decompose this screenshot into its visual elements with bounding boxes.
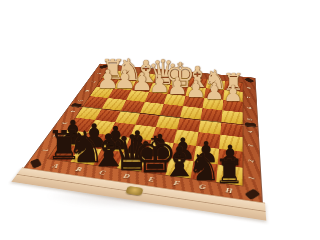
border-inlay <box>30 159 42 169</box>
file-label: G <box>189 181 216 192</box>
rank-label-left: 7 <box>90 81 97 82</box>
rank-label-left: 1 <box>41 149 50 151</box>
chess-board[interactable]: ABCDEFGH 87654321 87654321 <box>25 64 262 202</box>
rank-label-right: 8 <box>246 87 253 89</box>
product-photo-stage: ABCDEFGH 87654321 87654321 ♜♞♝♛♚♝♞♜♟♟♟♟♟… <box>0 0 320 240</box>
file-label: H <box>215 185 242 196</box>
rank-label-right: 2 <box>247 159 256 163</box>
rank-label-left: 3 <box>61 122 69 124</box>
rank-label-left: 2 <box>52 135 60 137</box>
file-label: C <box>89 168 116 178</box>
rank-label-right: 7 <box>246 96 253 99</box>
rank-label-right: 5 <box>246 118 254 121</box>
rank-label-left: 6 <box>84 90 91 92</box>
brass-clasp-icon <box>125 186 143 196</box>
rank-label-left: 4 <box>69 110 77 112</box>
rank-label-left: 5 <box>77 100 84 102</box>
rank-label-right: 1 <box>247 175 257 180</box>
border-inlay <box>99 65 109 69</box>
rank-labels-right: 87654321 <box>242 83 261 189</box>
rank-label-left: 8 <box>96 73 102 74</box>
border-inlay <box>244 189 260 201</box>
chessboard-scene: ABCDEFGH 87654321 87654321 <box>0 0 320 240</box>
rank-label-right: 3 <box>246 144 255 148</box>
file-label: E <box>138 174 165 185</box>
rank-label-right: 6 <box>246 106 253 109</box>
file-label: F <box>163 178 190 189</box>
rank-label-right: 4 <box>246 130 254 134</box>
file-label: D <box>113 171 140 181</box>
